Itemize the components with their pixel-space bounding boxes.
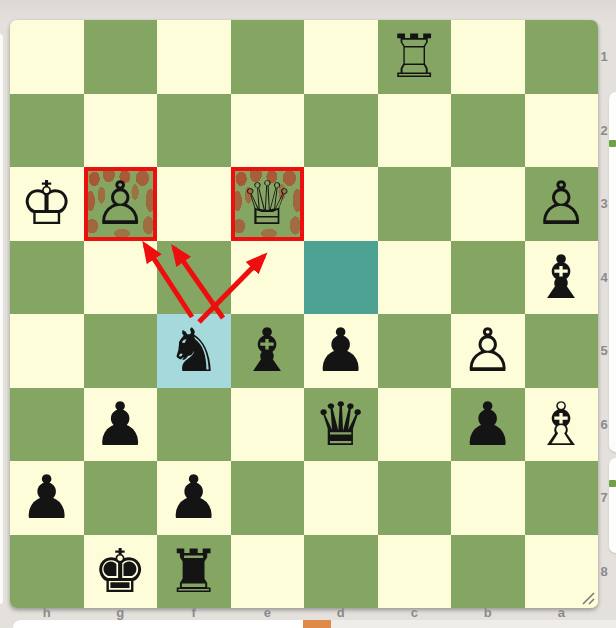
square-e7[interactable] bbox=[231, 461, 305, 535]
square-e5[interactable]: ♝ bbox=[231, 314, 305, 388]
rank-label-1: 1 bbox=[596, 20, 612, 94]
square-a1[interactable] bbox=[525, 20, 599, 94]
square-f7[interactable]: ♟ bbox=[157, 461, 231, 535]
bottom-scrollbar-thumb[interactable] bbox=[303, 620, 331, 628]
resize-grip-icon[interactable] bbox=[582, 592, 595, 605]
square-b8[interactable] bbox=[451, 535, 525, 609]
square-d3[interactable] bbox=[304, 167, 378, 241]
black-piece-q-d6: ♛ bbox=[304, 388, 378, 462]
square-g4[interactable] bbox=[84, 241, 158, 315]
square-g6[interactable]: ♟ bbox=[84, 388, 158, 462]
square-e8[interactable] bbox=[231, 535, 305, 609]
black-piece-n-f5: ♞ bbox=[157, 314, 231, 388]
square-h3[interactable]: ♔ bbox=[10, 167, 84, 241]
file-label-d: d bbox=[304, 606, 378, 620]
black-piece-b-e5: ♝ bbox=[231, 314, 305, 388]
square-b5[interactable]: ♙ bbox=[451, 314, 525, 388]
square-a5[interactable] bbox=[525, 314, 599, 388]
square-h6[interactable] bbox=[10, 388, 84, 462]
file-label-g: g bbox=[84, 606, 158, 620]
square-g8[interactable]: ♚ bbox=[84, 535, 158, 609]
square-e6[interactable] bbox=[231, 388, 305, 462]
right-panel-green-bullet-1 bbox=[609, 140, 616, 147]
file-label-h: h bbox=[10, 606, 84, 620]
white-piece-k-h3: ♔ bbox=[10, 167, 84, 241]
left-panel-edge bbox=[0, 34, 3, 604]
top-shadow-band bbox=[0, 0, 616, 22]
white-piece-r-c1: ♖ bbox=[378, 20, 452, 94]
white-piece-p-a3: ♙ bbox=[525, 167, 599, 241]
square-a4[interactable]: ♝ bbox=[525, 241, 599, 315]
square-b7[interactable] bbox=[451, 461, 525, 535]
white-piece-p-b5: ♙ bbox=[451, 314, 525, 388]
file-labels: hgfedcba bbox=[10, 606, 598, 620]
square-c2[interactable] bbox=[378, 94, 452, 168]
square-c3[interactable] bbox=[378, 167, 452, 241]
right-panel-card-edge-2 bbox=[609, 458, 616, 553]
square-f1[interactable] bbox=[157, 20, 231, 94]
square-d4[interactable] bbox=[304, 241, 378, 315]
square-h4[interactable] bbox=[10, 241, 84, 315]
square-h2[interactable] bbox=[10, 94, 84, 168]
square-e3[interactable]: ♕ bbox=[231, 167, 305, 241]
square-g5[interactable] bbox=[84, 314, 158, 388]
square-d5[interactable]: ♟ bbox=[304, 314, 378, 388]
black-piece-p-h7: ♟ bbox=[10, 461, 84, 535]
square-c6[interactable] bbox=[378, 388, 452, 462]
square-d7[interactable] bbox=[304, 461, 378, 535]
white-piece-b-a6: ♗ bbox=[525, 388, 599, 462]
square-b6[interactable]: ♟ bbox=[451, 388, 525, 462]
white-piece-p-g3: ♙ bbox=[84, 167, 158, 241]
file-label-b: b bbox=[451, 606, 525, 620]
black-piece-p-b6: ♟ bbox=[451, 388, 525, 462]
square-a7[interactable] bbox=[525, 461, 599, 535]
white-piece-q-e3: ♕ bbox=[231, 167, 305, 241]
square-g1[interactable] bbox=[84, 20, 158, 94]
square-b1[interactable] bbox=[451, 20, 525, 94]
black-piece-r-f8: ♜ bbox=[157, 535, 231, 609]
square-f3[interactable] bbox=[157, 167, 231, 241]
square-c1[interactable]: ♖ bbox=[378, 20, 452, 94]
file-label-e: e bbox=[231, 606, 305, 620]
square-g7[interactable] bbox=[84, 461, 158, 535]
black-piece-b-a4: ♝ bbox=[525, 241, 599, 315]
square-g2[interactable] bbox=[84, 94, 158, 168]
square-h7[interactable]: ♟ bbox=[10, 461, 84, 535]
square-c8[interactable] bbox=[378, 535, 452, 609]
square-b2[interactable] bbox=[451, 94, 525, 168]
black-piece-p-f7: ♟ bbox=[157, 461, 231, 535]
square-c5[interactable] bbox=[378, 314, 452, 388]
square-f6[interactable] bbox=[157, 388, 231, 462]
square-g3[interactable]: ♙ bbox=[84, 167, 158, 241]
square-a3[interactable]: ♙ bbox=[525, 167, 599, 241]
square-h8[interactable] bbox=[10, 535, 84, 609]
black-piece-k-g8: ♚ bbox=[84, 535, 158, 609]
square-e2[interactable] bbox=[231, 94, 305, 168]
square-b4[interactable] bbox=[451, 241, 525, 315]
black-piece-p-d5: ♟ bbox=[304, 314, 378, 388]
square-f8[interactable]: ♜ bbox=[157, 535, 231, 609]
right-panel-green-bullet-2 bbox=[609, 480, 616, 487]
square-d8[interactable] bbox=[304, 535, 378, 609]
bottom-scrollbar-track bbox=[331, 620, 616, 628]
square-e1[interactable] bbox=[231, 20, 305, 94]
square-b3[interactable] bbox=[451, 167, 525, 241]
square-a2[interactable] bbox=[525, 94, 599, 168]
file-label-a: a bbox=[525, 606, 599, 620]
square-c7[interactable] bbox=[378, 461, 452, 535]
square-f2[interactable] bbox=[157, 94, 231, 168]
bottom-card-edge bbox=[13, 620, 616, 628]
board-grid: ♖♔♙♕♙♝♞♝♟♙♟♛♟♗♟♟♚♜ bbox=[10, 20, 598, 608]
file-label-c: c bbox=[378, 606, 452, 620]
square-f5[interactable]: ♞ bbox=[157, 314, 231, 388]
square-f4[interactable] bbox=[157, 241, 231, 315]
square-a6[interactable]: ♗ bbox=[525, 388, 599, 462]
square-d2[interactable] bbox=[304, 94, 378, 168]
square-d6[interactable]: ♛ bbox=[304, 388, 378, 462]
square-d1[interactable] bbox=[304, 20, 378, 94]
square-c4[interactable] bbox=[378, 241, 452, 315]
file-label-f: f bbox=[157, 606, 231, 620]
black-piece-p-g6: ♟ bbox=[84, 388, 158, 462]
square-h1[interactable] bbox=[10, 20, 84, 94]
square-h5[interactable] bbox=[10, 314, 84, 388]
square-e4[interactable] bbox=[231, 241, 305, 315]
chess-board: ♖♔♙♕♙♝♞♝♟♙♟♛♟♗♟♟♚♜ bbox=[10, 20, 598, 608]
